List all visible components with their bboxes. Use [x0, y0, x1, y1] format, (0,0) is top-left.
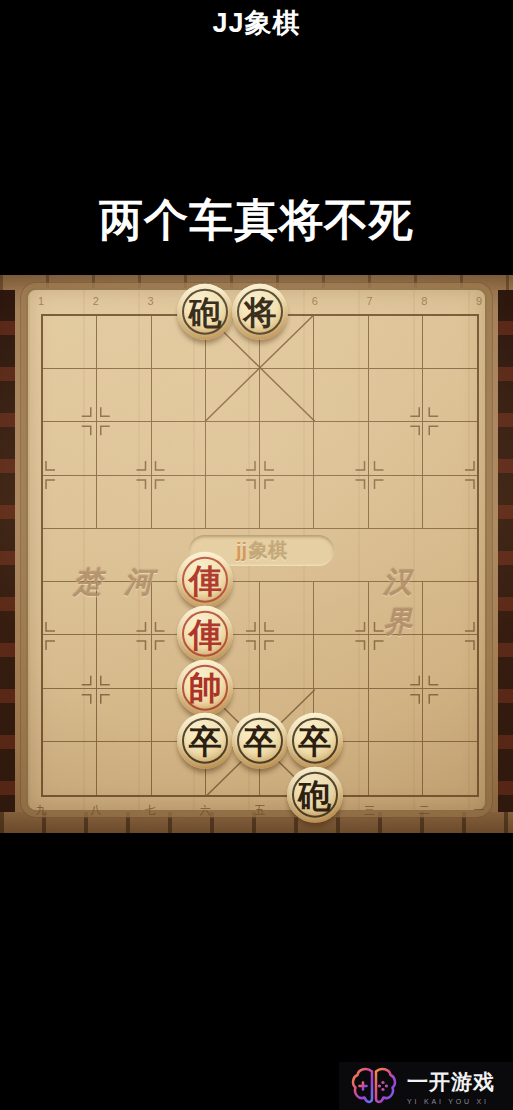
app-title: JJ象棋: [212, 5, 300, 41]
pieces-layer: 砲将俥俥帥卒卒卒砲: [28, 290, 489, 814]
watermark-title: 一开游戏: [407, 1068, 495, 1096]
screenshot-root: JJ象棋 两个车真将不死 123456789 九八七六五四三二一 楚河 汉界 j…: [0, 0, 513, 1110]
piece-black-soldier[interactable]: 卒: [287, 713, 343, 769]
board-frame-left: [0, 275, 15, 833]
xiangqi-board[interactable]: 123456789 九八七六五四三二一 楚河 汉界 jj 象棋 砲将俥俥帥卒卒卒…: [26, 288, 487, 812]
headline-text: 两个车真将不死: [99, 191, 414, 250]
piece-black-general[interactable]: 将: [232, 284, 288, 340]
piece-character: 卒: [298, 725, 331, 758]
game-screenshot: 123456789 九八七六五四三二一 楚河 汉界 jj 象棋 砲将俥俥帥卒卒卒…: [0, 275, 513, 833]
piece-character: 砲: [298, 778, 331, 811]
app-title-bar: JJ象棋: [0, 0, 513, 46]
piece-red-chariot[interactable]: 俥: [177, 552, 233, 608]
watermark: 一开游戏 YI KAI YOU XI: [339, 1062, 513, 1110]
piece-character: 将: [244, 295, 277, 328]
piece-character: 卒: [244, 725, 277, 758]
brain-gamepad-logo-icon: [351, 1065, 397, 1107]
piece-red-chariot[interactable]: 俥: [177, 606, 233, 662]
piece-black-cannon[interactable]: 砲: [287, 767, 343, 823]
piece-character: 俥: [189, 564, 222, 597]
piece-black-cannon[interactable]: 砲: [177, 284, 233, 340]
watermark-text: 一开游戏 YI KAI YOU XI: [407, 1068, 495, 1105]
piece-black-soldier[interactable]: 卒: [177, 713, 233, 769]
watermark-subtitle: YI KAI YOU XI: [407, 1098, 495, 1105]
piece-character: 俥: [189, 617, 222, 650]
piece-character: 帥: [189, 671, 222, 704]
video-headline: 两个车真将不死: [0, 172, 513, 268]
piece-character: 砲: [189, 295, 222, 328]
piece-black-soldier[interactable]: 卒: [232, 713, 288, 769]
piece-red-general[interactable]: 帥: [177, 659, 233, 715]
board-frame-right: [498, 275, 513, 833]
piece-character: 卒: [189, 725, 222, 758]
